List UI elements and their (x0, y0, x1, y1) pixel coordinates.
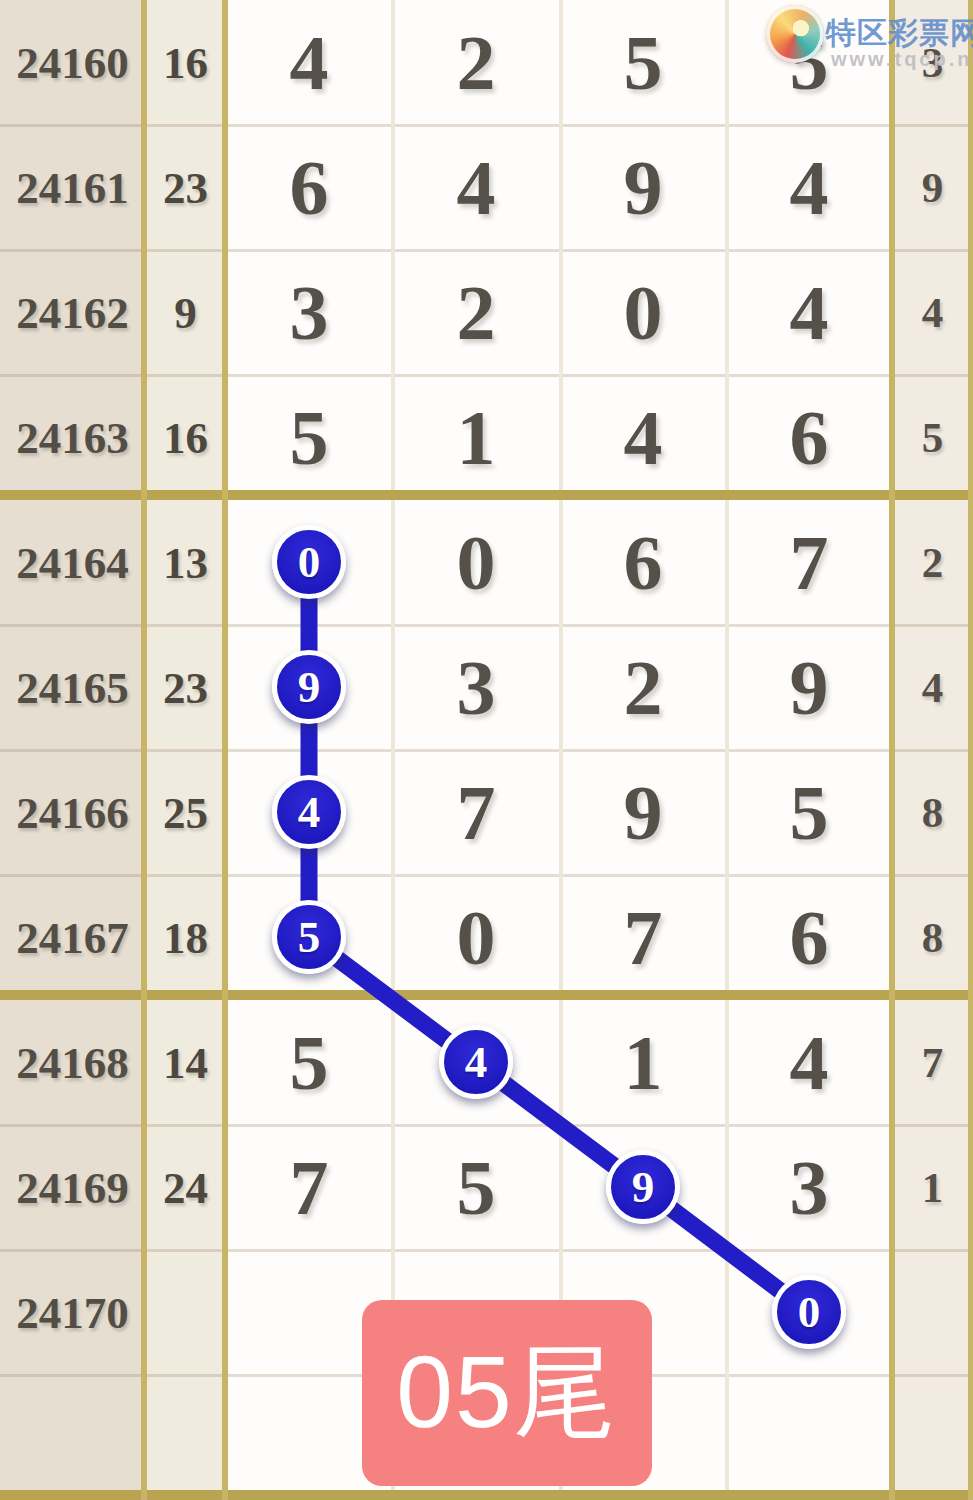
trend-line-svg (0, 0, 973, 1500)
trail-node-value: 0 (298, 536, 321, 588)
trail-node-24164: 0 (272, 525, 346, 599)
lottery-trend-chart: 24160 16 4 2 5 5 3 24161 23 6 4 9 4 9 24… (0, 0, 973, 1500)
trail-node-value: 9 (298, 661, 321, 713)
trail-node-value: 0 (798, 1286, 821, 1338)
trail-node-24165: 9 (272, 650, 346, 724)
trail-node-value: 9 (632, 1161, 655, 1213)
tail-annotation-label: 05尾 (396, 1325, 617, 1462)
site-logo-url: www.tqcp.net (831, 48, 973, 71)
trend-line (309, 563, 809, 1313)
trail-node-value: 4 (465, 1036, 488, 1088)
site-logo-swirl-icon (766, 5, 824, 63)
trail-node-value: 5 (298, 911, 321, 963)
trail-node-24168: 4 (439, 1025, 513, 1099)
trail-node-24169: 9 (606, 1150, 680, 1224)
trail-node-value: 4 (298, 786, 321, 838)
trail-node-24167: 5 (272, 900, 346, 974)
trail-node-24170: 0 (772, 1275, 846, 1349)
trail-node-24166: 4 (272, 775, 346, 849)
tail-annotation-badge: 05尾 (362, 1300, 652, 1486)
